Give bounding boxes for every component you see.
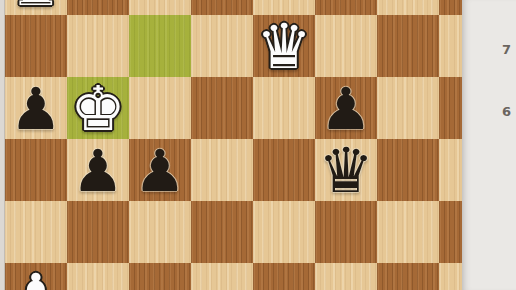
rank-label-7: 7 [491,41,511,59]
chess-app-screenshot: ♜♛♟♚♟♟♟♛♟ 76 [0,0,516,290]
square-b6[interactable]: ♚ [67,77,129,139]
square-a3[interactable]: ♟ [5,263,67,290]
square-f4[interactable] [315,201,377,263]
square-d6[interactable] [191,77,253,139]
square-e7[interactable]: ♛ [253,15,315,77]
square-c3[interactable] [129,263,191,290]
square-f5[interactable]: ♛ [315,139,377,201]
square-f7[interactable] [315,15,377,77]
square-b3[interactable] [67,263,129,290]
square-a7[interactable] [5,15,67,77]
white-king-b6[interactable]: ♚ [70,78,126,140]
square-g4[interactable] [377,201,439,263]
white-rook-a8[interactable]: ♜ [10,0,62,14]
square-c6[interactable] [129,77,191,139]
square-d8[interactable] [191,0,253,15]
square-b7[interactable] [67,15,129,77]
black-queen-f5[interactable]: ♛ [318,140,374,202]
square-a8[interactable]: ♜ [5,0,67,15]
square-g8[interactable] [377,0,439,15]
square-g5[interactable] [377,139,439,201]
black-pawn-a6[interactable]: ♟ [10,80,62,138]
rank-label-6: 6 [491,103,511,121]
square-c8[interactable] [129,0,191,15]
square-c5[interactable]: ♟ [129,139,191,201]
square-g7[interactable] [377,15,439,77]
square-d3[interactable] [191,263,253,290]
square-d4[interactable] [191,201,253,263]
square-d5[interactable] [191,139,253,201]
black-pawn-b5[interactable]: ♟ [72,142,124,200]
square-f6[interactable]: ♟ [315,77,377,139]
chess-board[interactable]: ♜♛♟♚♟♟♟♛♟ [5,0,501,290]
square-g6[interactable] [377,77,439,139]
square-b4[interactable] [67,201,129,263]
square-a4[interactable] [5,201,67,263]
square-c4[interactable] [129,201,191,263]
square-e5[interactable] [253,139,315,201]
black-pawn-f6[interactable]: ♟ [320,80,372,138]
side-panel: 76 [462,0,516,290]
square-b5[interactable]: ♟ [67,139,129,201]
white-pawn-a3[interactable]: ♟ [10,266,62,290]
square-e3[interactable] [253,263,315,290]
square-b8[interactable] [67,0,129,15]
square-a5[interactable] [5,139,67,201]
square-c7[interactable] [129,15,191,77]
square-f8[interactable] [315,0,377,15]
black-pawn-c5[interactable]: ♟ [134,142,186,200]
square-a6[interactable]: ♟ [5,77,67,139]
square-d7[interactable] [191,15,253,77]
square-e4[interactable] [253,201,315,263]
square-g3[interactable] [377,263,439,290]
white-queen-e7[interactable]: ♛ [256,16,312,78]
board-left-margin [0,0,5,290]
square-e6[interactable] [253,77,315,139]
square-f3[interactable] [315,263,377,290]
